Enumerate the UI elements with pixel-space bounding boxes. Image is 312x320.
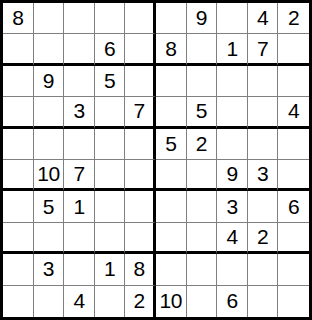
- cell-r7c5-empty[interactable]: [125, 191, 156, 222]
- cell-r6c7-empty[interactable]: [187, 160, 218, 191]
- cell-r3c4-given: 5: [95, 66, 126, 97]
- cell-r5c7-given: 2: [187, 129, 218, 160]
- cell-r2c2-empty[interactable]: [34, 34, 65, 65]
- cell-r7c10-given: 6: [278, 191, 309, 222]
- cell-r7c1-empty[interactable]: [3, 191, 34, 222]
- cell-r9c10-empty[interactable]: [278, 254, 309, 285]
- cell-r7c6-empty[interactable]: [156, 191, 187, 222]
- cell-r6c4-empty[interactable]: [95, 160, 126, 191]
- cell-r5c2-empty[interactable]: [34, 129, 65, 160]
- cell-r6c10-empty[interactable]: [278, 160, 309, 191]
- cell-r7c7-empty[interactable]: [187, 191, 218, 222]
- cell-r6c5-empty[interactable]: [125, 160, 156, 191]
- cell-r1c2-empty[interactable]: [34, 3, 65, 34]
- cell-r7c8-given: 3: [217, 191, 248, 222]
- cell-r3c3-empty[interactable]: [64, 66, 95, 97]
- cell-r2c6-given: 8: [156, 34, 187, 65]
- cell-r3c6-empty[interactable]: [156, 66, 187, 97]
- cell-r8c1-empty[interactable]: [3, 223, 34, 254]
- cell-r4c1-empty[interactable]: [3, 97, 34, 128]
- cell-r6c6-empty[interactable]: [156, 160, 187, 191]
- cell-r2c4-given: 6: [95, 34, 126, 65]
- cell-r2c1-empty[interactable]: [3, 34, 34, 65]
- cell-r3c5-empty[interactable]: [125, 66, 156, 97]
- cell-r10c3-given: 4: [64, 286, 95, 317]
- cell-r8c4-empty[interactable]: [95, 223, 126, 254]
- cell-r5c4-empty[interactable]: [95, 129, 126, 160]
- cell-r10c8-given: 6: [217, 286, 248, 317]
- cell-r10c5-given: 2: [125, 286, 156, 317]
- cell-r8c10-empty[interactable]: [278, 223, 309, 254]
- cell-r4c5-given: 7: [125, 97, 156, 128]
- cell-r6c2-given: 10: [34, 160, 65, 191]
- cell-r5c9-empty[interactable]: [248, 129, 279, 160]
- cell-r9c8-empty[interactable]: [217, 254, 248, 285]
- cell-r8c2-empty[interactable]: [34, 223, 65, 254]
- cell-r6c9-given: 3: [248, 160, 279, 191]
- cell-r4c10-given: 4: [278, 97, 309, 128]
- cell-r4c8-empty[interactable]: [217, 97, 248, 128]
- cell-r5c8-empty[interactable]: [217, 129, 248, 160]
- cell-r4c3-given: 3: [64, 97, 95, 128]
- cell-r4c2-empty[interactable]: [34, 97, 65, 128]
- sudoku-board: 89426817953754521079351364231842106: [0, 0, 312, 320]
- cell-r10c4-empty[interactable]: [95, 286, 126, 317]
- cell-r9c1-empty[interactable]: [3, 254, 34, 285]
- cell-r3c9-empty[interactable]: [248, 66, 279, 97]
- cell-r9c5-given: 8: [125, 254, 156, 285]
- cell-r4c9-empty[interactable]: [248, 97, 279, 128]
- cell-r2c10-empty[interactable]: [278, 34, 309, 65]
- cell-r7c3-given: 1: [64, 191, 95, 222]
- cell-r9c6-empty[interactable]: [156, 254, 187, 285]
- cell-r2c5-empty[interactable]: [125, 34, 156, 65]
- cell-r1c10-given: 2: [278, 3, 309, 34]
- cell-r10c1-empty[interactable]: [3, 286, 34, 317]
- cell-r6c8-given: 9: [217, 160, 248, 191]
- cell-r8c9-given: 2: [248, 223, 279, 254]
- cell-r8c7-empty[interactable]: [187, 223, 218, 254]
- cell-r9c4-given: 1: [95, 254, 126, 285]
- cell-r9c2-given: 3: [34, 254, 65, 285]
- cell-r6c3-given: 7: [64, 160, 95, 191]
- cell-r10c7-empty[interactable]: [187, 286, 218, 317]
- cell-r2c9-given: 7: [248, 34, 279, 65]
- cell-r3c8-empty[interactable]: [217, 66, 248, 97]
- cell-r6c1-empty[interactable]: [3, 160, 34, 191]
- cell-r1c3-empty[interactable]: [64, 3, 95, 34]
- cell-r1c8-empty[interactable]: [217, 3, 248, 34]
- cell-r7c2-given: 5: [34, 191, 65, 222]
- cell-r3c7-empty[interactable]: [187, 66, 218, 97]
- cell-r10c10-empty[interactable]: [278, 286, 309, 317]
- cell-r8c8-given: 4: [217, 223, 248, 254]
- cell-r1c7-given: 9: [187, 3, 218, 34]
- cell-r1c6-empty[interactable]: [156, 3, 187, 34]
- cell-r2c7-empty[interactable]: [187, 34, 218, 65]
- cell-r2c3-empty[interactable]: [64, 34, 95, 65]
- cell-r10c2-empty[interactable]: [34, 286, 65, 317]
- cell-r8c5-empty[interactable]: [125, 223, 156, 254]
- cell-r10c6-given: 10: [156, 286, 187, 317]
- cell-r1c9-given: 4: [248, 3, 279, 34]
- cell-r1c5-empty[interactable]: [125, 3, 156, 34]
- cell-r5c3-empty[interactable]: [64, 129, 95, 160]
- cell-r10c9-empty[interactable]: [248, 286, 279, 317]
- cell-r2c8-given: 1: [217, 34, 248, 65]
- cell-r3c10-empty[interactable]: [278, 66, 309, 97]
- cell-r7c4-empty[interactable]: [95, 191, 126, 222]
- cell-r9c7-empty[interactable]: [187, 254, 218, 285]
- cell-r8c6-empty[interactable]: [156, 223, 187, 254]
- cell-r4c4-empty[interactable]: [95, 97, 126, 128]
- cell-r9c9-empty[interactable]: [248, 254, 279, 285]
- cell-r5c1-empty[interactable]: [3, 129, 34, 160]
- cell-r8c3-empty[interactable]: [64, 223, 95, 254]
- cell-r5c10-empty[interactable]: [278, 129, 309, 160]
- cell-r7c9-empty[interactable]: [248, 191, 279, 222]
- cell-r4c6-empty[interactable]: [156, 97, 187, 128]
- cell-r3c1-empty[interactable]: [3, 66, 34, 97]
- cell-r9c3-empty[interactable]: [64, 254, 95, 285]
- cell-r5c5-empty[interactable]: [125, 129, 156, 160]
- cell-r1c4-empty[interactable]: [95, 3, 126, 34]
- cell-r1c1-given: 8: [3, 3, 34, 34]
- cell-r4c7-given: 5: [187, 97, 218, 128]
- cell-r5c6-given: 5: [156, 129, 187, 160]
- cell-r3c2-given: 9: [34, 66, 65, 97]
